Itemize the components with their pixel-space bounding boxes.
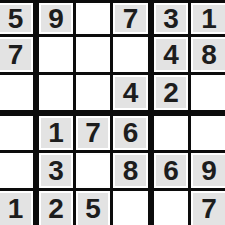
cell-r5c5[interactable]: 6	[154, 153, 188, 188]
cell-r1c3[interactable]	[76, 3, 110, 34]
cell-r4c6[interactable]	[191, 116, 225, 150]
cell-r4c3[interactable]: 7	[76, 116, 110, 150]
cell-r6c6[interactable]: 7	[191, 191, 225, 225]
cell-r3c6[interactable]	[191, 75, 225, 110]
cell-r3c4[interactable]: 4	[113, 75, 148, 110]
cell-r2c3[interactable]	[76, 37, 110, 72]
cell-r6c1[interactable]: 1	[0, 191, 33, 225]
cell-r2c1[interactable]: 7	[0, 37, 33, 72]
cell-r4c1[interactable]	[0, 116, 33, 150]
cell-r1c4[interactable]: 7	[113, 3, 148, 34]
cell-r2c4[interactable]	[113, 37, 148, 72]
cell-r5c4[interactable]: 8	[113, 153, 148, 188]
cell-r4c4[interactable]: 6	[113, 116, 148, 150]
cell-r5c2[interactable]: 3	[39, 153, 73, 188]
cell-r6c2[interactable]: 2	[39, 191, 73, 225]
cell-r5c1[interactable]	[0, 153, 33, 188]
cell-r1c6[interactable]: 1	[191, 3, 225, 34]
cell-r6c5[interactable]	[154, 191, 188, 225]
cell-r3c3[interactable]	[76, 75, 110, 110]
cell-r1c5[interactable]: 3	[154, 3, 188, 34]
cell-r2c2[interactable]	[39, 37, 73, 72]
cell-r6c3[interactable]: 5	[76, 191, 110, 225]
cell-r6c4[interactable]	[113, 191, 148, 225]
cell-r1c1[interactable]: 5	[0, 3, 33, 34]
cell-r3c5[interactable]: 2	[154, 75, 188, 110]
cell-r2c5[interactable]: 4	[154, 37, 188, 72]
cell-r5c3[interactable]	[76, 153, 110, 188]
cell-r4c5[interactable]	[154, 116, 188, 150]
cell-r5c6[interactable]: 9	[191, 153, 225, 188]
cell-r2c6[interactable]: 8	[191, 37, 225, 72]
cell-r3c1[interactable]	[0, 75, 33, 110]
cell-r3c2[interactable]	[39, 75, 73, 110]
cell-r1c2[interactable]: 9	[39, 3, 73, 34]
cell-r4c2[interactable]: 1	[39, 116, 73, 150]
sudoku-grid: 597317484217638691257	[0, 0, 225, 225]
